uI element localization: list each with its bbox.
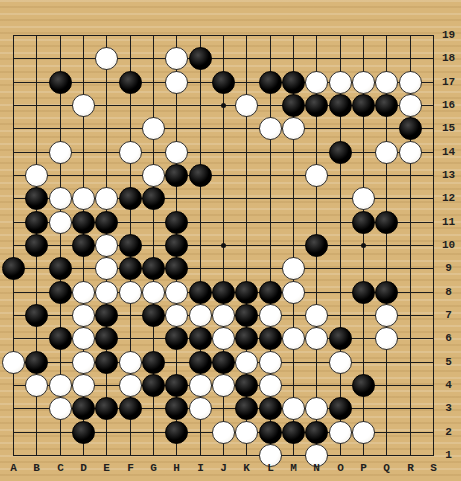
column-label: D <box>75 461 92 475</box>
black-stone <box>189 281 212 304</box>
black-stone <box>119 397 142 420</box>
row-label: 17 <box>436 75 461 89</box>
black-stone <box>352 374 375 397</box>
black-stone <box>25 304 48 327</box>
white-stone <box>375 71 398 94</box>
row-label: 19 <box>436 28 461 42</box>
column-label: F <box>122 461 139 475</box>
white-stone <box>165 281 188 304</box>
column-label: Q <box>378 461 395 475</box>
white-stone <box>352 187 375 210</box>
white-stone <box>399 71 422 94</box>
white-stone <box>119 141 142 164</box>
black-stone <box>165 211 188 234</box>
black-stone <box>329 397 352 420</box>
white-stone <box>142 281 165 304</box>
white-stone <box>49 211 72 234</box>
black-stone <box>119 71 142 94</box>
black-stone <box>282 71 305 94</box>
black-stone <box>119 187 142 210</box>
black-stone <box>235 327 258 350</box>
black-stone <box>142 351 165 374</box>
white-stone <box>72 374 95 397</box>
white-stone <box>49 187 72 210</box>
black-stone <box>189 164 212 187</box>
black-stone <box>95 351 118 374</box>
white-stone <box>142 117 165 140</box>
white-stone <box>119 351 142 374</box>
black-stone <box>259 421 282 444</box>
black-stone <box>212 281 235 304</box>
black-stone <box>375 94 398 117</box>
black-stone <box>212 71 235 94</box>
row-label: 6 <box>436 331 461 345</box>
black-stone <box>375 281 398 304</box>
black-stone <box>165 257 188 280</box>
white-stone <box>119 281 142 304</box>
black-stone <box>72 234 95 257</box>
white-stone <box>49 374 72 397</box>
white-stone <box>329 421 352 444</box>
black-stone <box>259 281 282 304</box>
black-stone <box>305 421 328 444</box>
white-stone <box>282 327 305 350</box>
white-stone <box>72 351 95 374</box>
white-stone <box>25 374 48 397</box>
white-stone <box>305 304 328 327</box>
row-label: 2 <box>436 425 461 439</box>
white-stone <box>119 374 142 397</box>
black-stone <box>49 71 72 94</box>
white-stone <box>189 304 212 327</box>
black-stone <box>25 187 48 210</box>
white-stone <box>399 141 422 164</box>
black-stone <box>142 374 165 397</box>
white-stone <box>305 164 328 187</box>
black-stone <box>72 397 95 420</box>
white-stone <box>142 164 165 187</box>
column-label: L <box>262 461 279 475</box>
black-stone <box>235 397 258 420</box>
black-stone <box>235 281 258 304</box>
row-label: 10 <box>436 238 461 252</box>
column-label: H <box>168 461 185 475</box>
black-stone <box>95 327 118 350</box>
white-stone <box>235 94 258 117</box>
black-stone <box>95 397 118 420</box>
white-stone <box>259 374 282 397</box>
black-stone <box>165 327 188 350</box>
white-stone <box>165 141 188 164</box>
black-stone <box>119 234 142 257</box>
black-stone <box>142 257 165 280</box>
black-stone <box>25 351 48 374</box>
white-stone <box>329 351 352 374</box>
white-stone <box>72 304 95 327</box>
column-label: N <box>308 461 325 475</box>
white-stone <box>212 327 235 350</box>
black-stone <box>25 211 48 234</box>
grid-line-horizontal <box>13 455 434 456</box>
white-stone <box>165 304 188 327</box>
row-label: 4 <box>436 378 461 392</box>
column-label: E <box>98 461 115 475</box>
white-stone <box>305 327 328 350</box>
column-label: G <box>145 461 162 475</box>
black-stone <box>165 374 188 397</box>
black-stone <box>49 257 72 280</box>
black-stone <box>189 351 212 374</box>
white-stone <box>212 304 235 327</box>
black-stone <box>352 94 375 117</box>
black-stone <box>282 94 305 117</box>
row-label: 7 <box>436 308 461 322</box>
black-stone <box>235 374 258 397</box>
column-label: O <box>332 461 349 475</box>
column-label: B <box>28 461 45 475</box>
black-stone <box>259 327 282 350</box>
row-label: 13 <box>436 168 461 182</box>
white-stone <box>282 281 305 304</box>
black-stone <box>375 211 398 234</box>
white-stone <box>95 257 118 280</box>
black-stone <box>72 211 95 234</box>
black-stone <box>352 281 375 304</box>
white-stone <box>165 47 188 70</box>
row-label: 18 <box>436 51 461 65</box>
white-stone <box>282 397 305 420</box>
white-stone <box>352 421 375 444</box>
white-stone <box>95 281 118 304</box>
column-label: J <box>215 461 232 475</box>
white-stone <box>235 421 258 444</box>
star-point <box>221 103 226 108</box>
row-label: 11 <box>436 215 461 229</box>
column-label: R <box>402 461 419 475</box>
star-point <box>361 243 366 248</box>
grid-line-horizontal <box>13 268 434 269</box>
white-stone <box>259 117 282 140</box>
black-stone <box>95 304 118 327</box>
white-stone <box>305 397 328 420</box>
grid-line-vertical <box>433 35 434 456</box>
black-stone <box>235 304 258 327</box>
white-stone <box>95 47 118 70</box>
white-stone <box>352 71 375 94</box>
white-stone <box>282 257 305 280</box>
white-stone <box>259 304 282 327</box>
black-stone <box>49 281 72 304</box>
black-stone <box>25 234 48 257</box>
white-stone <box>72 94 95 117</box>
black-stone <box>142 304 165 327</box>
black-stone <box>49 327 72 350</box>
row-label: 14 <box>436 145 461 159</box>
black-stone <box>142 187 165 210</box>
row-label: 3 <box>436 401 461 415</box>
black-stone <box>329 327 352 350</box>
row-label: 1 <box>436 448 461 462</box>
white-stone <box>189 374 212 397</box>
black-stone <box>399 117 422 140</box>
white-stone <box>95 187 118 210</box>
star-point <box>221 243 226 248</box>
white-stone <box>235 351 258 374</box>
black-stone <box>165 164 188 187</box>
black-stone <box>95 211 118 234</box>
white-stone <box>165 71 188 94</box>
white-stone <box>329 71 352 94</box>
column-label: A <box>5 461 22 475</box>
white-stone <box>282 117 305 140</box>
white-stone <box>49 141 72 164</box>
white-stone <box>95 234 118 257</box>
column-label: K <box>238 461 255 475</box>
white-stone <box>259 351 282 374</box>
black-stone <box>189 327 212 350</box>
black-stone <box>189 47 212 70</box>
white-stone <box>2 351 25 374</box>
black-stone <box>165 234 188 257</box>
white-stone <box>212 374 235 397</box>
white-stone <box>189 397 212 420</box>
black-stone <box>329 141 352 164</box>
black-stone <box>352 211 375 234</box>
black-stone <box>329 94 352 117</box>
black-stone <box>119 257 142 280</box>
black-stone <box>72 421 95 444</box>
go-board-app: ABCDEFGHIJKLMNOPQRS191817161514131211109… <box>0 0 461 481</box>
white-stone <box>375 327 398 350</box>
white-stone <box>25 164 48 187</box>
white-stone <box>49 397 72 420</box>
row-label: 16 <box>436 98 461 112</box>
black-stone <box>259 397 282 420</box>
black-stone <box>282 421 305 444</box>
row-label: 9 <box>436 261 461 275</box>
column-label: I <box>192 461 209 475</box>
white-stone <box>375 304 398 327</box>
black-stone <box>165 421 188 444</box>
black-stone <box>305 94 328 117</box>
white-stone <box>72 327 95 350</box>
white-stone <box>72 281 95 304</box>
row-label: 8 <box>436 285 461 299</box>
white-stone <box>212 421 235 444</box>
white-stone <box>305 71 328 94</box>
row-label: 5 <box>436 355 461 369</box>
white-stone <box>375 141 398 164</box>
black-stone <box>305 234 328 257</box>
column-label: C <box>52 461 69 475</box>
column-label: S <box>425 461 442 475</box>
black-stone <box>165 397 188 420</box>
black-stone <box>259 71 282 94</box>
white-stone <box>72 187 95 210</box>
black-stone <box>2 257 25 280</box>
column-label: M <box>285 461 302 475</box>
row-label: 12 <box>436 191 461 205</box>
white-stone <box>399 94 422 117</box>
column-label: P <box>355 461 372 475</box>
black-stone <box>212 351 235 374</box>
row-label: 15 <box>436 121 461 135</box>
